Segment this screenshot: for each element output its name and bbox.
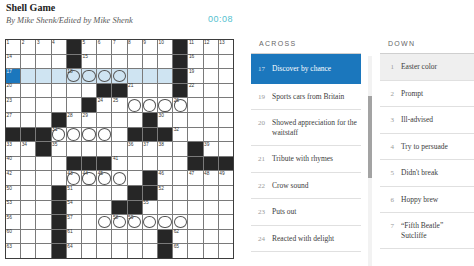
grid-cell[interactable]: 22: [188, 84, 202, 98]
grid-cell[interactable]: [204, 84, 218, 98]
cell-number: 34: [22, 142, 27, 148]
grid-cell[interactable]: [67, 98, 81, 112]
clue-number: 17: [251, 64, 265, 74]
circle-theme-marker: [82, 128, 95, 141]
grid-cell[interactable]: [219, 230, 233, 244]
cell-number: 62: [174, 229, 179, 235]
grid-cell[interactable]: [82, 69, 96, 83]
grid-cell[interactable]: 64: [67, 244, 81, 258]
grid-cell[interactable]: 26: [173, 98, 187, 112]
cell-number: 5: [82, 40, 85, 46]
across-clue-24[interactable]: 24Reacted with delight: [251, 226, 361, 253]
grid-cell[interactable]: [82, 186, 96, 200]
grid-cell[interactable]: 51: [67, 186, 81, 200]
grid-cell[interactable]: 1: [6, 40, 20, 54]
grid-cell[interactable]: [112, 113, 126, 127]
timer[interactable]: 00:08: [150, 14, 233, 24]
grid-cell[interactable]: 3: [36, 40, 50, 54]
grid-cell[interactable]: [21, 244, 35, 258]
grid-cell[interactable]: [219, 128, 233, 142]
grid-cell[interactable]: [52, 69, 66, 83]
grid-cell[interactable]: [173, 215, 187, 229]
grid-cell[interactable]: [21, 98, 35, 112]
grid-cell[interactable]: [52, 171, 66, 185]
grid-cell[interactable]: [204, 201, 218, 215]
grid-cell[interactable]: 17: [6, 69, 20, 83]
cell-number: 63: [7, 244, 12, 250]
grid-cell[interactable]: [128, 113, 142, 127]
grid-cell[interactable]: [97, 230, 111, 244]
cell-number: 52: [158, 186, 163, 192]
grid-cell[interactable]: 43: [67, 171, 81, 185]
black-cell: [52, 113, 66, 127]
cell-number: 65: [174, 244, 179, 250]
black-cell: [143, 113, 157, 127]
grid-cell[interactable]: 11: [188, 40, 202, 54]
across-clue-23[interactable]: 23Puts out: [251, 199, 361, 226]
grid-cell[interactable]: 6: [97, 40, 111, 54]
black-cell: [128, 201, 142, 215]
grid-cell[interactable]: [219, 84, 233, 98]
grid-cell[interactable]: [112, 69, 126, 83]
grid-cell[interactable]: 20: [6, 84, 20, 98]
grid-cell[interactable]: [128, 98, 142, 112]
black-cell: [52, 186, 66, 200]
grid-cell[interactable]: [36, 69, 50, 83]
grid-cell[interactable]: [36, 98, 50, 112]
grid-cell[interactable]: [112, 142, 126, 156]
grid-cell[interactable]: 35: [52, 142, 66, 156]
cell-number: 39: [204, 142, 209, 148]
grid-cell[interactable]: [158, 69, 172, 83]
grid-cell[interactable]: 9: [143, 40, 157, 54]
grid-cell[interactable]: 24: [97, 98, 111, 112]
grid-cell[interactable]: [21, 157, 35, 171]
grid-cell[interactable]: [36, 186, 50, 200]
grid-cell[interactable]: [82, 201, 96, 215]
grid-cell[interactable]: 27: [6, 113, 20, 127]
circle-theme-marker: [82, 70, 95, 83]
grid-cell[interactable]: [204, 186, 218, 200]
grid-cell[interactable]: [143, 84, 157, 98]
down-clue-7[interactable]: 7“Fifth Beatle” Sutcliffe: [380, 213, 474, 249]
cell-number: 59: [128, 215, 133, 221]
down-clue-2[interactable]: 2Prompt: [380, 81, 474, 108]
grid-cell[interactable]: [188, 98, 202, 112]
grid-cell[interactable]: [36, 244, 50, 258]
grid-cell[interactable]: [82, 142, 96, 156]
grid-cell[interactable]: 29: [82, 113, 96, 127]
cell-number: 14: [7, 54, 12, 60]
clue-number: 22: [251, 181, 265, 191]
black-cell: [143, 171, 157, 185]
black-cell: [112, 201, 126, 215]
grid-cell[interactable]: [52, 84, 66, 98]
grid-cell[interactable]: 14: [6, 55, 20, 69]
grid-cell[interactable]: [204, 230, 218, 244]
grid-cell[interactable]: [21, 69, 35, 83]
grid-cell[interactable]: 30: [158, 113, 172, 127]
cell-number: 61: [67, 229, 72, 235]
across-clue-20[interactable]: 20Showed appreciation for the waitstaff: [251, 110, 361, 146]
cell-number: 53: [7, 200, 12, 206]
grid-cell[interactable]: [219, 98, 233, 112]
grid-cell[interactable]: [21, 84, 35, 98]
grid-cell[interactable]: 7: [112, 40, 126, 54]
grid-cell[interactable]: 60: [6, 230, 20, 244]
cell-number: 49: [219, 171, 224, 177]
grid-cell[interactable]: 36: [128, 142, 142, 156]
grid-cell[interactable]: 49: [219, 171, 233, 185]
clue-text: Reacted with delight: [272, 234, 357, 244]
grid-cell[interactable]: [67, 142, 81, 156]
down-clue-list: 1Easter color2Prompt3Ill-advised4Try to …: [380, 54, 474, 249]
grid-cell[interactable]: [219, 69, 233, 83]
grid-cell[interactable]: 19: [188, 69, 202, 83]
clues-scrollbar-track[interactable]: [368, 56, 372, 266]
cell-number: 38: [158, 142, 163, 148]
black-cell: [52, 215, 66, 229]
grid-cell[interactable]: [36, 84, 50, 98]
black-cell: [82, 157, 96, 171]
grid-cell[interactable]: [143, 55, 157, 69]
grid-cell[interactable]: 47: [188, 171, 202, 185]
grid-cell[interactable]: 40: [6, 157, 20, 171]
grid-cell[interactable]: [128, 55, 142, 69]
grid-cell[interactable]: [128, 171, 142, 185]
grid-cell[interactable]: [52, 98, 66, 112]
circle-theme-marker: [128, 99, 141, 112]
circle-theme-marker: [98, 216, 111, 229]
grid-cell[interactable]: 56: [6, 215, 20, 229]
grid-cell[interactable]: [204, 215, 218, 229]
cell-number: 56: [7, 215, 12, 221]
grid-cell[interactable]: [128, 69, 142, 83]
grid-cell[interactable]: [97, 186, 111, 200]
black-cell: [158, 230, 172, 244]
grid-cell[interactable]: [188, 128, 202, 142]
grid-cell[interactable]: 52: [158, 186, 172, 200]
grid-cell[interactable]: [21, 230, 35, 244]
grid-cell[interactable]: [204, 128, 218, 142]
black-cell: [173, 55, 187, 69]
grid-cell[interactable]: [67, 128, 81, 142]
grid-cell[interactable]: [36, 113, 50, 127]
grid-cell[interactable]: [112, 171, 126, 185]
grid-cell[interactable]: [173, 113, 187, 127]
grid-cell[interactable]: 16: [188, 55, 202, 69]
clue-number: 3: [380, 115, 394, 125]
across-clue-21[interactable]: 21Tribute with rhymes: [251, 146, 361, 173]
grid-cell[interactable]: [21, 186, 35, 200]
cell-number: 19: [189, 69, 194, 75]
grid-cell[interactable]: [204, 98, 218, 112]
circle-theme-marker: [158, 99, 171, 112]
grid-cell[interactable]: 38: [158, 142, 172, 156]
grid-cell[interactable]: [204, 244, 218, 258]
circle-theme-marker: [98, 128, 111, 141]
grid-cell[interactable]: 10: [158, 40, 172, 54]
grid-cell[interactable]: [188, 244, 202, 258]
cell-number: 9: [143, 40, 146, 46]
grid-cell[interactable]: 54: [67, 201, 81, 215]
grid-cell[interactable]: 46: [158, 171, 172, 185]
grid-cell[interactable]: [21, 201, 35, 215]
cell-number: 46: [158, 171, 163, 177]
cell-number: 51: [67, 186, 72, 192]
clues-scrollbar-thumb[interactable]: [368, 96, 372, 178]
grid-cell[interactable]: 2: [21, 40, 35, 54]
cell-number: 43: [67, 171, 72, 177]
grid-cell[interactable]: 59: [128, 215, 142, 229]
grid-cell[interactable]: 28: [67, 113, 81, 127]
grid-cell[interactable]: [158, 84, 172, 98]
grid-cell[interactable]: [173, 201, 187, 215]
cell-number: 33: [7, 142, 12, 148]
grid-cell[interactable]: [143, 215, 157, 229]
grid-cell[interactable]: [21, 171, 35, 185]
black-cell: [204, 157, 218, 171]
grid-cell[interactable]: 48: [204, 171, 218, 185]
cell-number: 22: [189, 83, 194, 89]
grid-cell[interactable]: [128, 244, 142, 258]
cell-number: 28: [67, 113, 72, 119]
circle-theme-marker: [143, 216, 156, 229]
clue-number: 6: [380, 195, 394, 205]
grid-cell[interactable]: [188, 113, 202, 127]
grid-cell[interactable]: [128, 157, 142, 171]
grid-cell[interactable]: 45: [97, 171, 111, 185]
grid-cell[interactable]: [97, 244, 111, 258]
grid-cell[interactable]: 61: [67, 230, 81, 244]
grid-cell[interactable]: 58: [112, 215, 126, 229]
circle-theme-marker: [174, 216, 187, 229]
grid-cell[interactable]: [188, 201, 202, 215]
grid-cell[interactable]: [158, 215, 172, 229]
grid-cell[interactable]: [143, 230, 157, 244]
grid-cell[interactable]: [97, 128, 111, 142]
down-clue-3[interactable]: 3Ill-advised: [380, 107, 474, 134]
grid-cell[interactable]: 33: [6, 142, 20, 156]
clue-text: Discover by chance: [272, 64, 357, 74]
grid-cell[interactable]: [36, 230, 50, 244]
clue-text: Showed appreciation for the waitstaff: [272, 118, 357, 137]
grid-cell[interactable]: [158, 201, 172, 215]
grid-cell[interactable]: [21, 215, 35, 229]
cell-number: 30: [158, 113, 163, 119]
clue-text: “Fifth Beatle” Sutcliffe: [401, 221, 470, 240]
down-clue-6[interactable]: 6Hoppy brew: [380, 187, 474, 214]
grid-cell[interactable]: 4: [52, 40, 66, 54]
grid-cell[interactable]: [97, 69, 111, 83]
grid-cell[interactable]: [128, 230, 142, 244]
grid-cell[interactable]: [36, 215, 50, 229]
grid-cell[interactable]: 41: [112, 157, 126, 171]
grid-cell[interactable]: [36, 55, 50, 69]
black-cell: [6, 128, 20, 142]
black-cell: [67, 55, 81, 69]
grid-cell[interactable]: [21, 113, 35, 127]
cell-number: 13: [219, 40, 224, 46]
cell-number: 26: [174, 98, 179, 104]
cell-number: 58: [113, 215, 118, 221]
grid-cell[interactable]: [188, 215, 202, 229]
grid-cell[interactable]: 15: [82, 55, 96, 69]
grid-cell[interactable]: [143, 69, 157, 83]
circle-theme-marker: [113, 70, 126, 83]
grid-cell[interactable]: 62: [173, 230, 187, 244]
grid-cell[interactable]: [82, 84, 96, 98]
black-cell: [188, 142, 202, 156]
grid-cell[interactable]: 53: [6, 201, 20, 215]
grid-cell[interactable]: [52, 157, 66, 171]
cell-number: 25: [113, 98, 118, 104]
clue-text: Sports cars from Britain: [272, 92, 357, 102]
cell-number: 3: [37, 40, 40, 46]
grid-cell[interactable]: [97, 55, 111, 69]
grid-cell[interactable]: 55: [143, 201, 157, 215]
black-cell: [188, 157, 202, 171]
cell-number: 35: [52, 142, 57, 148]
grid-cell[interactable]: [219, 55, 233, 69]
grid-cell[interactable]: [173, 142, 187, 156]
cell-number: 23: [7, 98, 12, 104]
grid-cell[interactable]: [143, 244, 157, 258]
grid-cell[interactable]: [112, 244, 126, 258]
grid-cell[interactable]: [112, 230, 126, 244]
grid-cell[interactable]: 37: [143, 142, 157, 156]
grid-cell[interactable]: [97, 215, 111, 229]
crossword-grid[interactable]: 1234567891011121314151617181920212223242…: [5, 39, 234, 259]
across-clue-22[interactable]: 22Crow sound: [251, 173, 361, 200]
grid-cell[interactable]: 12: [204, 40, 218, 54]
grid-cell[interactable]: [112, 186, 126, 200]
cell-number: 12: [204, 40, 209, 46]
down-clues-panel: DOWN 1Easter color2Prompt3Ill-advised4Tr…: [380, 38, 474, 266]
cell-number: 42: [7, 171, 12, 177]
cell-number: 55: [143, 200, 148, 206]
grid-cell[interactable]: 44: [82, 171, 96, 185]
grid-cell[interactable]: 8: [128, 40, 142, 54]
grid-cell[interactable]: [143, 157, 157, 171]
black-cell: [52, 244, 66, 258]
grid-cell[interactable]: [67, 84, 81, 98]
circle-theme-marker: [98, 70, 111, 83]
grid-cell[interactable]: [36, 201, 50, 215]
grid-cell[interactable]: [173, 171, 187, 185]
black-cell: [158, 128, 172, 142]
grid-cell[interactable]: [173, 157, 187, 171]
cell-number: 1: [7, 40, 10, 46]
grid-cell[interactable]: 65: [173, 244, 187, 258]
black-cell: [143, 186, 157, 200]
cell-number: 16: [189, 54, 194, 60]
clue-text: Puts out: [272, 207, 357, 217]
down-clue-5[interactable]: 5Didn't break: [380, 160, 474, 187]
grid-cell[interactable]: [82, 128, 96, 142]
down-clue-4[interactable]: 4Try to persuade: [380, 134, 474, 161]
grid-cell[interactable]: [219, 186, 233, 200]
grid-cell[interactable]: [112, 55, 126, 69]
grid-cell[interactable]: [204, 69, 218, 83]
cell-number: 17: [7, 69, 12, 75]
grid-cell[interactable]: 34: [21, 142, 35, 156]
clue-text: Ill-advised: [401, 115, 470, 125]
cell-number: 60: [7, 229, 12, 235]
black-cell: [36, 128, 50, 142]
grid-cell[interactable]: [188, 186, 202, 200]
cell-number: 44: [82, 171, 87, 177]
grid-cell[interactable]: 63: [6, 244, 20, 258]
grid-cell[interactable]: [82, 244, 96, 258]
grid-cell[interactable]: [112, 128, 126, 142]
down-header: DOWN: [380, 38, 474, 54]
grid-cell[interactable]: 42: [6, 171, 20, 185]
grid-cell[interactable]: 23: [6, 98, 20, 112]
grid-cell[interactable]: 50: [6, 186, 20, 200]
grid-cell[interactable]: [36, 157, 50, 171]
cell-number: 20: [7, 83, 12, 89]
grid-cell[interactable]: [219, 215, 233, 229]
grid-cell[interactable]: [97, 201, 111, 215]
grid-cell[interactable]: [219, 142, 233, 156]
grid-cell[interactable]: [158, 55, 172, 69]
cell-number: 10: [158, 40, 163, 46]
black-cell: [128, 128, 142, 142]
black-cell: [82, 98, 96, 112]
grid-cell[interactable]: [219, 244, 233, 258]
grid-cell[interactable]: [21, 55, 35, 69]
grid-cell[interactable]: [219, 201, 233, 215]
grid-cell[interactable]: [173, 186, 187, 200]
circle-theme-marker: [158, 216, 171, 229]
black-cell: [52, 201, 66, 215]
grid-cell[interactable]: [82, 230, 96, 244]
grid-cell[interactable]: 31: [52, 128, 66, 142]
down-clue-1[interactable]: 1Easter color: [380, 54, 474, 81]
across-clue-17[interactable]: 17Discover by chance: [251, 54, 361, 84]
grid-cell[interactable]: [97, 113, 111, 127]
grid-cell[interactable]: [158, 98, 172, 112]
cell-number: 37: [143, 142, 148, 148]
cell-number: 32: [174, 127, 179, 133]
across-clue-19[interactable]: 19Sports cars from Britain: [251, 84, 361, 111]
grid-cell[interactable]: 25: [112, 98, 126, 112]
grid-cell[interactable]: [204, 113, 218, 127]
across-clues-panel: ACROSS 17Discover by chance19Sports cars…: [251, 38, 361, 266]
grid-cell[interactable]: [143, 98, 157, 112]
grid-cell[interactable]: 57: [67, 215, 81, 229]
grid-cell[interactable]: [219, 113, 233, 127]
grid-cell[interactable]: 5: [82, 40, 96, 54]
grid-cell[interactable]: 13: [219, 40, 233, 54]
grid-cell[interactable]: [204, 55, 218, 69]
grid-cell[interactable]: [82, 215, 96, 229]
grid-cell[interactable]: [52, 55, 66, 69]
black-cell: [173, 40, 187, 54]
grid-cell[interactable]: 21: [128, 84, 142, 98]
black-cell: [97, 84, 111, 98]
grid-cell[interactable]: [36, 171, 50, 185]
grid-cell[interactable]: 32: [173, 128, 187, 142]
grid-cell[interactable]: 18: [67, 69, 81, 83]
across-header: ACROSS: [251, 38, 361, 54]
grid-cell[interactable]: [188, 230, 202, 244]
grid-cell[interactable]: [97, 142, 111, 156]
cell-number: 7: [113, 40, 116, 46]
grid-cell[interactable]: [158, 157, 172, 171]
grid-cell[interactable]: 39: [204, 142, 218, 156]
